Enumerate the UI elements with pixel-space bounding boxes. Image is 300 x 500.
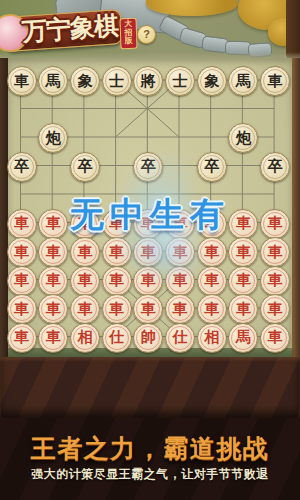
help-button[interactable]: ? [137,25,156,44]
piece-glyph: 車 [109,216,124,231]
piece-black-車[interactable]: 車 [7,66,37,96]
piece-black-馬[interactable]: 馬 [228,66,258,96]
piece-red-車[interactable]: 車 [228,266,258,296]
piece-black-卒[interactable]: 卒 [70,152,100,182]
piece-glyph: 象 [204,74,219,89]
piece-red-車[interactable]: 車 [70,294,100,324]
piece-red-帥[interactable]: 帥 [133,323,163,353]
piece-glyph: 車 [236,245,251,260]
piece-glyph: 車 [77,302,92,317]
piece-glyph: 炮 [236,131,251,146]
screen: 車馬象士將士象馬車炮炮卒卒卒卒卒車車車車車車車車車車車車車車車車車車車車車車車車… [0,0,300,500]
piece-red-車[interactable]: 車 [260,209,290,239]
piece-glyph: 象 [77,74,92,89]
piece-red-車[interactable]: 車 [102,266,132,296]
piece-black-象[interactable]: 象 [197,66,227,96]
piece-glyph: 馬 [236,330,251,345]
piece-glyph: 車 [204,216,219,231]
piece-red-車[interactable]: 車 [197,294,227,324]
piece-red-車[interactable]: 車 [133,294,163,324]
piece-red-車[interactable]: 車 [260,266,290,296]
piece-glyph: 相 [77,330,92,345]
piece-red-車[interactable]: 車 [38,294,68,324]
piece-glyph: 車 [173,302,188,317]
piece-black-炮[interactable]: 炮 [38,123,68,153]
piece-glyph: 車 [109,245,124,260]
piece-red-車[interactable]: 車 [7,209,37,239]
piece-glyph: 車 [46,245,61,260]
piece-red-車[interactable]: 車 [197,266,227,296]
piece-red-馬[interactable]: 馬 [228,323,258,353]
piece-red-仕[interactable]: 仕 [165,323,195,353]
piece-red-車[interactable]: 車 [165,237,195,267]
piece-glyph: 車 [173,245,188,260]
piece-red-車[interactable]: 車 [133,209,163,239]
piece-glyph: 車 [14,302,29,317]
piece-glyph: 車 [141,245,156,260]
piece-glyph: 卒 [14,159,29,174]
piece-red-車[interactable]: 車 [133,237,163,267]
piece-red-車[interactable]: 車 [133,266,163,296]
piece-glyph: 將 [141,74,156,89]
pieces-layer: 車馬象士將士象馬車炮炮卒卒卒卒卒車車車車車車車車車車車車車車車車車車車車車車車車… [0,0,300,500]
piece-glyph: 車 [46,330,61,345]
piece-glyph: 車 [14,330,29,345]
piece-glyph: 卒 [268,159,283,174]
piece-red-相[interactable]: 相 [70,323,100,353]
piece-black-卒[interactable]: 卒 [197,152,227,182]
piece-glyph: 車 [268,74,283,89]
piece-glyph: 車 [109,302,124,317]
piece-glyph: 車 [204,245,219,260]
piece-black-卒[interactable]: 卒 [133,152,163,182]
piece-red-仕[interactable]: 仕 [102,323,132,353]
piece-red-車[interactable]: 車 [228,209,258,239]
piece-glyph: 帥 [141,330,156,345]
piece-black-炮[interactable]: 炮 [228,123,258,153]
piece-glyph: 卒 [141,159,156,174]
piece-red-車[interactable]: 車 [38,237,68,267]
piece-glyph: 車 [141,302,156,317]
piece-glyph: 車 [77,245,92,260]
piece-red-車[interactable]: 車 [70,266,100,296]
piece-red-車[interactable]: 車 [165,209,195,239]
piece-red-車[interactable]: 車 [102,209,132,239]
piece-glyph: 車 [268,273,283,288]
piece-red-車[interactable]: 車 [7,323,37,353]
piece-red-車[interactable]: 車 [228,294,258,324]
piece-black-卒[interactable]: 卒 [260,152,290,182]
piece-glyph: 車 [204,273,219,288]
piece-red-車[interactable]: 車 [260,323,290,353]
piece-glyph: 車 [14,74,29,89]
piece-red-車[interactable]: 車 [7,266,37,296]
piece-glyph: 車 [236,216,251,231]
piece-black-將[interactable]: 將 [133,66,163,96]
piece-glyph: 車 [268,216,283,231]
piece-red-車[interactable]: 車 [70,237,100,267]
piece-black-馬[interactable]: 馬 [38,66,68,96]
piece-glyph: 車 [109,273,124,288]
piece-glyph: 車 [268,245,283,260]
piece-glyph: 士 [173,74,188,89]
piece-red-車[interactable]: 車 [102,237,132,267]
piece-glyph: 車 [141,216,156,231]
piece-glyph: 卒 [77,159,92,174]
piece-red-車[interactable]: 車 [228,237,258,267]
piece-glyph: 相 [204,330,219,345]
piece-red-車[interactable]: 車 [38,209,68,239]
piece-glyph: 仕 [109,330,124,345]
piece-black-車[interactable]: 車 [260,66,290,96]
piece-glyph: 車 [236,302,251,317]
piece-glyph: 車 [14,273,29,288]
piece-glyph: 炮 [46,131,61,146]
piece-black-卒[interactable]: 卒 [7,152,37,182]
piece-red-車[interactable]: 車 [165,266,195,296]
piece-glyph: 車 [46,273,61,288]
piece-red-車[interactable]: 車 [70,209,100,239]
piece-red-車[interactable]: 車 [102,294,132,324]
piece-red-車[interactable]: 車 [260,237,290,267]
piece-glyph: 車 [14,245,29,260]
piece-glyph: 車 [77,216,92,231]
edition-badge: 大招版 [119,18,137,50]
piece-black-士[interactable]: 士 [165,66,195,96]
piece-red-車[interactable]: 車 [260,294,290,324]
piece-glyph: 車 [204,302,219,317]
piece-black-象[interactable]: 象 [70,66,100,96]
piece-black-士[interactable]: 士 [102,66,132,96]
piece-glyph: 士 [109,74,124,89]
piece-glyph: 馬 [236,74,251,89]
piece-glyph: 車 [46,302,61,317]
piece-glyph: 車 [141,273,156,288]
piece-glyph: 車 [14,216,29,231]
piece-red-車[interactable]: 車 [197,209,227,239]
app-title: 万宁象棋 [21,9,119,49]
piece-red-車[interactable]: 車 [165,294,195,324]
piece-red-車[interactable]: 車 [7,294,37,324]
piece-red-車[interactable]: 車 [38,266,68,296]
piece-red-車[interactable]: 車 [7,237,37,267]
piece-red-車[interactable]: 車 [197,237,227,267]
app-logo: 万宁象棋 大招版 ? [0,4,170,52]
piece-red-相[interactable]: 相 [197,323,227,353]
piece-glyph: 車 [268,302,283,317]
piece-glyph: 卒 [204,159,219,174]
piece-red-車[interactable]: 車 [38,323,68,353]
piece-glyph: 馬 [46,74,61,89]
piece-glyph: 車 [236,273,251,288]
piece-glyph: 車 [173,216,188,231]
piece-glyph: 車 [268,330,283,345]
piece-glyph: 車 [46,216,61,231]
piece-glyph: 仕 [173,330,188,345]
piece-glyph: 車 [77,273,92,288]
piece-glyph: 車 [173,273,188,288]
